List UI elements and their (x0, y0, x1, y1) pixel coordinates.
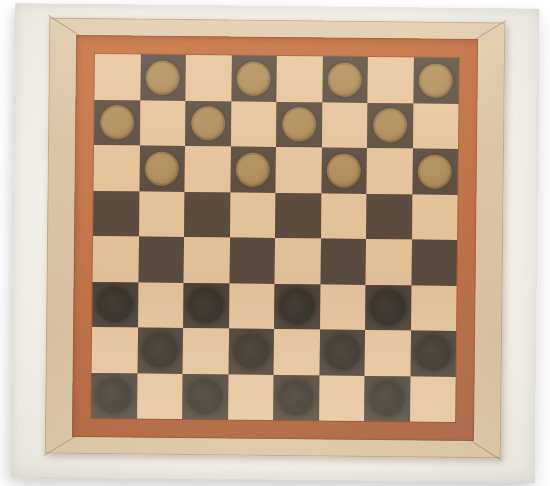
square-r6c3[interactable] (183, 283, 229, 329)
light-piece[interactable] (145, 151, 179, 185)
frame-miter-joint (44, 434, 79, 456)
square-r5c6[interactable] (320, 238, 366, 284)
square-r6c2 (138, 282, 184, 328)
light-piece[interactable] (373, 108, 407, 142)
square-r3c1 (94, 145, 140, 191)
square-r6c7[interactable] (365, 284, 411, 330)
square-r5c1 (93, 236, 139, 282)
square-r8c4 (228, 374, 274, 420)
light-piece[interactable] (282, 107, 316, 141)
square-r7c2[interactable] (137, 328, 183, 374)
light-piece[interactable] (328, 62, 362, 96)
dark-piece[interactable] (142, 333, 177, 368)
square-r2c6 (322, 102, 368, 148)
light-piece[interactable] (327, 153, 361, 187)
frame-miter-joint (468, 439, 502, 461)
dark-piece[interactable] (187, 379, 222, 414)
square-r4c6 (321, 193, 367, 239)
square-r8c6 (319, 375, 365, 421)
square-r4c2 (139, 191, 185, 237)
square-r5c5 (275, 238, 321, 284)
square-r1c8[interactable] (413, 57, 459, 103)
square-r3c2[interactable] (139, 146, 185, 192)
square-r5c3 (184, 237, 230, 283)
square-r4c7[interactable] (366, 193, 412, 239)
square-r3c5 (276, 147, 322, 193)
square-r3c7 (367, 148, 413, 194)
dark-piece[interactable] (370, 290, 405, 325)
square-r3c4[interactable] (230, 147, 276, 193)
product-photo (0, 0, 550, 486)
square-r5c7 (366, 239, 412, 285)
square-r2c3[interactable] (185, 101, 231, 147)
square-r8c2 (137, 373, 183, 419)
dark-piece[interactable] (415, 336, 450, 371)
square-r3c3 (185, 146, 231, 192)
light-piece[interactable] (237, 61, 271, 95)
square-r4c3[interactable] (184, 192, 230, 238)
square-r1c1 (94, 54, 140, 100)
square-r8c5[interactable] (273, 374, 319, 420)
square-r4c4 (230, 192, 276, 238)
square-r7c7 (365, 330, 411, 376)
light-piece[interactable] (419, 63, 453, 97)
square-r8c7[interactable] (364, 375, 410, 421)
dark-piece[interactable] (279, 289, 314, 324)
square-r2c5[interactable] (276, 102, 322, 148)
square-r2c8 (412, 103, 458, 149)
square-r1c7 (367, 57, 413, 103)
square-r1c6[interactable] (322, 56, 368, 102)
square-r6c6 (320, 284, 366, 330)
square-r2c4 (231, 101, 277, 147)
square-r6c1[interactable] (92, 282, 138, 328)
dark-piece[interactable] (96, 378, 131, 413)
square-r2c1[interactable] (94, 100, 140, 146)
light-piece[interactable] (236, 152, 270, 186)
light-piece[interactable] (146, 60, 180, 94)
light-piece[interactable] (191, 106, 225, 140)
square-r2c7[interactable] (367, 102, 413, 148)
square-r4c1[interactable] (93, 191, 139, 237)
square-r2c2 (140, 100, 186, 146)
square-r3c6[interactable] (321, 147, 367, 193)
square-r5c2[interactable] (138, 237, 184, 283)
dark-piece[interactable] (188, 288, 223, 323)
light-piece[interactable] (418, 154, 452, 188)
square-r7c6[interactable] (319, 329, 365, 375)
checkers-board (91, 54, 459, 422)
square-r8c8 (410, 376, 456, 422)
square-r5c4[interactable] (229, 238, 275, 284)
square-r6c8 (411, 285, 457, 331)
square-r8c1[interactable] (91, 373, 137, 419)
square-r1c2[interactable] (140, 55, 186, 101)
square-r1c3 (185, 55, 231, 101)
dark-piece[interactable] (369, 381, 404, 416)
square-r6c5[interactable] (274, 283, 320, 329)
square-r7c3 (183, 328, 229, 374)
painted-border (72, 35, 478, 441)
light-piece[interactable] (100, 105, 134, 139)
dark-piece[interactable] (278, 380, 313, 415)
dark-piece[interactable] (97, 287, 132, 322)
wooden-frame (45, 18, 506, 459)
dark-piece[interactable] (233, 334, 268, 369)
square-r3c8[interactable] (412, 148, 458, 194)
board-mat (11, 3, 540, 482)
square-r1c4[interactable] (231, 56, 277, 102)
dark-piece[interactable] (324, 335, 359, 370)
square-r7c4[interactable] (228, 329, 274, 375)
square-r7c8[interactable] (410, 330, 456, 376)
square-r4c8 (412, 194, 458, 240)
square-r6c4 (229, 283, 275, 329)
square-r5c8[interactable] (411, 239, 457, 285)
square-r8c3[interactable] (182, 374, 228, 420)
square-r7c1 (92, 327, 138, 373)
square-r4c5[interactable] (275, 193, 321, 239)
square-r1c5 (276, 56, 322, 102)
square-r7c5 (274, 329, 320, 375)
